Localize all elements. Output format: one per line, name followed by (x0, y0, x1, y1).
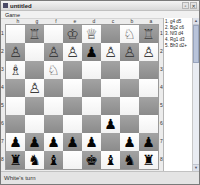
square-b4[interactable] (120, 79, 139, 97)
square-e5[interactable] (63, 97, 82, 115)
square-g3[interactable] (25, 61, 44, 79)
app-window: untitled ▫ ✕ Game hgfedcba 12345678 ♖♔♕♘… (0, 0, 200, 185)
status-bar: White's turn (1, 171, 199, 184)
square-a5[interactable] (139, 97, 158, 115)
square-d2[interactable]: ♟ (82, 43, 101, 61)
square-d1[interactable]: ♕ (82, 25, 101, 43)
piece-bN-g8[interactable]: ♞ (28, 151, 41, 169)
square-h6[interactable] (6, 115, 25, 133)
square-b2[interactable]: ♙ (120, 43, 139, 61)
piece-bP-f7[interactable]: ♟ (47, 133, 60, 151)
piece-wR-a1[interactable]: ♖ (142, 25, 155, 43)
square-f5[interactable] (44, 97, 63, 115)
square-h4[interactable] (6, 79, 25, 97)
square-d4[interactable] (82, 79, 101, 97)
scroll-down-icon[interactable]: ▼ (193, 164, 199, 171)
square-f6[interactable] (44, 115, 63, 133)
piece-bN-b8[interactable]: ♞ (123, 151, 136, 169)
square-a7[interactable]: ♟ (139, 133, 158, 151)
square-e2[interactable]: ♙ (63, 43, 82, 61)
square-a8[interactable]: ♜ (139, 151, 158, 169)
piece-bP-c6[interactable]: ♟ (104, 115, 117, 133)
title-bar[interactable]: untitled ▫ ✕ (1, 1, 199, 11)
square-f2[interactable]: ♙ (44, 43, 63, 61)
piece-wP-c2[interactable]: ♙ (104, 43, 117, 61)
square-h1[interactable] (6, 25, 25, 43)
square-e3[interactable] (63, 61, 82, 79)
square-c2[interactable]: ♙ (101, 43, 120, 61)
square-d6[interactable] (82, 115, 101, 133)
piece-bR-h8[interactable]: ♜ (9, 151, 22, 169)
square-a3[interactable] (139, 61, 158, 79)
square-g5[interactable] (25, 97, 44, 115)
square-h7[interactable]: ♟ (6, 133, 25, 151)
square-a6[interactable] (139, 115, 158, 133)
square-a1[interactable]: ♖ (139, 25, 158, 43)
square-e1[interactable]: ♔ (63, 25, 82, 43)
piece-wK-e1[interactable]: ♔ (66, 25, 79, 43)
square-b8[interactable]: ♞ (120, 151, 139, 169)
square-b7[interactable]: ♟ (120, 133, 139, 151)
piece-bR-a8[interactable]: ♜ (142, 151, 155, 169)
square-h5[interactable] (6, 97, 25, 115)
square-e4[interactable] (63, 79, 82, 97)
piece-bP-g7[interactable]: ♟ (28, 133, 41, 151)
move-line-5[interactable]: 5. Bh3 d2+ (165, 43, 191, 49)
square-h2[interactable]: ♙ (6, 43, 25, 61)
square-b6[interactable] (120, 115, 139, 133)
square-f4[interactable] (44, 79, 63, 97)
scroll-up-icon[interactable]: ▲ (193, 18, 199, 25)
piece-wN-b1[interactable]: ♘ (123, 25, 136, 43)
piece-wR-g1[interactable]: ♖ (28, 25, 41, 43)
piece-wP-g4[interactable]: ♙ (28, 79, 41, 97)
piece-wQ-d1[interactable]: ♕ (85, 25, 98, 43)
main-area: hgfedcba 12345678 ♖♔♕♘♖♙♙♙♟♙♙♙♗♘♙♟♟♟♟♟♟♟… (1, 18, 199, 171)
square-g8[interactable]: ♞ (25, 151, 44, 169)
square-c1[interactable] (101, 25, 120, 43)
square-g6[interactable] (25, 115, 44, 133)
square-c5[interactable] (101, 97, 120, 115)
piece-bP-d2[interactable]: ♟ (85, 43, 98, 61)
close-button[interactable]: ✕ (190, 2, 197, 9)
square-d8[interactable]: ♚ (82, 151, 101, 169)
piece-wP-f2[interactable]: ♙ (47, 43, 60, 61)
chess-board[interactable]: ♖♔♕♘♖♙♙♙♟♙♙♙♗♘♙♟♟♟♟♟♟♟♟♜♞♝♚♝♞♜ (5, 24, 159, 170)
square-g1[interactable]: ♖ (25, 25, 44, 43)
piece-wP-b2[interactable]: ♙ (123, 43, 136, 61)
square-g2[interactable] (25, 43, 44, 61)
piece-bK-d8[interactable]: ♚ (85, 151, 98, 169)
status-text: White's turn (4, 175, 36, 181)
square-d7[interactable]: ♟ (82, 133, 101, 151)
piece-wP-a2[interactable]: ♙ (142, 43, 155, 61)
board-area: hgfedcba 12345678 ♖♔♕♘♖♙♙♙♟♙♙♙♗♘♙♟♟♟♟♟♟♟… (1, 18, 163, 171)
square-h3[interactable]: ♗ (6, 61, 25, 79)
square-f8[interactable]: ♝ (44, 151, 63, 169)
square-d5[interactable] (82, 97, 101, 115)
square-f1[interactable] (44, 25, 63, 43)
piece-wN-f3[interactable]: ♘ (47, 61, 60, 79)
square-a4[interactable] (139, 79, 158, 97)
piece-wB-h3[interactable]: ♗ (9, 61, 22, 79)
move-list-panel: 1. g4 d52. Bg2 c63. Nf3 d44. Rg1 d35. Bh… (163, 18, 199, 171)
square-c7[interactable] (101, 133, 120, 151)
square-f3[interactable]: ♘ (44, 61, 63, 79)
app-icon (3, 3, 8, 8)
piece-bP-a7[interactable]: ♟ (142, 133, 155, 151)
scrollbar-track[interactable] (193, 63, 199, 164)
piece-bP-h7[interactable]: ♟ (9, 133, 22, 151)
square-h8[interactable]: ♜ (6, 151, 25, 169)
piece-wP-e2[interactable]: ♙ (66, 43, 79, 61)
square-c6[interactable]: ♟ (101, 115, 120, 133)
menu-game[interactable]: Game (1, 12, 24, 18)
square-c3[interactable] (101, 61, 120, 79)
piece-bP-b7[interactable]: ♟ (123, 133, 136, 151)
piece-bP-d7[interactable]: ♟ (85, 133, 98, 151)
piece-wP-h2[interactable]: ♙ (9, 43, 22, 61)
square-e8[interactable] (63, 151, 82, 169)
square-b1[interactable]: ♘ (120, 25, 139, 43)
square-d3[interactable] (82, 61, 101, 79)
square-b5[interactable] (120, 97, 139, 115)
square-g4[interactable]: ♙ (25, 79, 44, 97)
square-b3[interactable] (120, 61, 139, 79)
move-list[interactable]: 1. g4 d52. Bg2 c63. Nf3 d44. Rg1 d35. Bh… (164, 18, 192, 171)
square-c8[interactable]: ♝ (101, 151, 120, 169)
window-title: untitled (10, 3, 181, 9)
piece-bB-c8[interactable]: ♝ (104, 151, 117, 169)
scrollbar-thumb[interactable] (193, 25, 199, 63)
square-e6[interactable] (63, 115, 82, 133)
scrollbar[interactable]: ▲ ▼ (192, 18, 199, 171)
maximize-button[interactable]: ▫ (182, 2, 189, 9)
square-c4[interactable] (101, 79, 120, 97)
square-f7[interactable]: ♟ (44, 133, 63, 151)
square-e7[interactable]: ♟ (63, 133, 82, 151)
piece-bP-e7[interactable]: ♟ (66, 133, 79, 151)
square-g7[interactable]: ♟ (25, 133, 44, 151)
piece-bB-f8[interactable]: ♝ (47, 151, 60, 169)
square-a2[interactable]: ♙ (139, 43, 158, 61)
